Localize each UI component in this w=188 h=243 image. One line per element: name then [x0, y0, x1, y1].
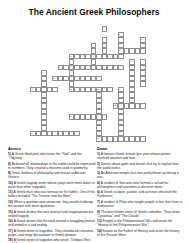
cell-number: 18: [97, 137, 99, 139]
cell-number: 17: [31, 132, 33, 134]
grid-cell[interactable]: [102, 114, 108, 120]
cell-number: 8: [59, 66, 60, 68]
clue-item: 7) A student of Plato who taught people …: [97, 200, 183, 208]
cell-number: 3: [141, 38, 142, 40]
clue-number: 18): [8, 238, 14, 242]
clue-number: 2): [97, 162, 101, 166]
clue-number: 5): [8, 152, 12, 156]
clue-item: 9) The best known writer of Greek comedi…: [97, 209, 183, 217]
clue-item: 4) A student of Socrates who formed a sc…: [97, 181, 183, 189]
clue-number: 8): [8, 171, 12, 175]
cell-number: 5: [119, 49, 120, 51]
cell-number: 13: [97, 88, 99, 90]
cell-number: 16: [70, 115, 72, 117]
cell-number: 15: [114, 104, 116, 106]
cell-number: 4: [92, 44, 93, 46]
cell-number: 2: [119, 33, 120, 35]
cell-number: 7: [130, 60, 131, 62]
clue-item: 11) A Greek man who was famous for his f…: [8, 190, 96, 198]
clue-number: 7): [97, 200, 101, 204]
cell-number: 11: [31, 88, 33, 90]
grid-cell[interactable]: 1: [102, 26, 108, 32]
grid-cell[interactable]: [140, 103, 146, 109]
clue-number: 16): [8, 219, 14, 223]
clue-item: 15) A Greek drama that was satirical and…: [8, 209, 96, 217]
clue-number: 12): [8, 200, 14, 204]
grid-cell[interactable]: [140, 136, 146, 142]
page-title: The Ancient Greek Philosophers: [0, 7, 188, 17]
clue-number: 17): [8, 228, 14, 232]
crossword-grid: 123456789101112131415161718: [30, 26, 146, 142]
clue-number: 3): [97, 171, 101, 175]
clue-item: 6) A Greek sculptor, painter, and archit…: [97, 190, 183, 198]
grid-cell[interactable]: [107, 87, 113, 93]
clue-number: 9): [97, 209, 101, 213]
across-clues-section: Across 5) A Greek blind poet who wrote t…: [8, 146, 96, 243]
cell-number: 1: [103, 27, 104, 29]
across-clue-list: 5) A Greek blind poet who wrote the "Ili…: [8, 152, 96, 243]
clue-item: 13) Fought in the Peloponnesian War and …: [97, 219, 183, 227]
clue-item: 14) Known as the Father of History and w…: [97, 228, 183, 236]
clue-number: 1): [97, 152, 101, 156]
clue-number: 6): [8, 162, 12, 166]
clue-item: 10) A Greek tragedy writer whose plays w…: [8, 181, 96, 189]
grid-cell[interactable]: [118, 54, 124, 60]
clue-item: 12) When a question was answered, they w…: [8, 200, 96, 208]
cell-number: 9: [42, 71, 43, 73]
cell-number: 14: [119, 88, 121, 90]
clue-item: 2) Stories about gods and heroes that tr…: [97, 162, 183, 170]
down-header: Down: [97, 146, 183, 151]
clue-item: 1) A famous Greek female lyric poet whos…: [97, 152, 183, 160]
down-clue-list: 1) A famous Greek female lyric poet whos…: [97, 152, 183, 236]
grid-cell[interactable]: [96, 76, 102, 82]
clue-number: 10): [8, 181, 14, 185]
grid-cell[interactable]: [52, 87, 58, 93]
grid-cell[interactable]: [74, 131, 80, 137]
clue-number: 13): [97, 219, 103, 223]
clue-item: 16) A Greek drama that focused around a …: [8, 219, 96, 227]
clue-number: 4): [97, 181, 101, 185]
clue-item: 17) A Greek writer of tragedies. They in…: [8, 228, 96, 236]
down-clues-section: Down 1) A famous Greek female lyric poet…: [97, 146, 183, 238]
across-header: Across: [8, 146, 96, 151]
clue-number: 11): [8, 190, 14, 194]
grid-cell[interactable]: [118, 65, 124, 71]
clue-number: 14): [97, 228, 103, 232]
clue-number: 6): [97, 190, 101, 194]
clue-item: 3) An Athenian temple that was partly bl…: [97, 171, 183, 179]
cell-number: 12: [70, 88, 72, 90]
cell-number: 6: [70, 55, 71, 57]
grid-cell[interactable]: [140, 48, 146, 54]
grid-cell[interactable]: [140, 81, 146, 87]
clue-number: 15): [8, 209, 14, 213]
clue-item: 18) A Greek writer of tragedies who wrot…: [8, 238, 96, 243]
clue-item: 8) Great thinkers of philosophy and reas…: [8, 171, 96, 179]
clue-item: 6) Believed all relationships in the wor…: [8, 162, 96, 170]
cell-number: 10: [53, 77, 55, 79]
clue-item: 5) A Greek blind poet who wrote the "Ili…: [8, 152, 96, 160]
